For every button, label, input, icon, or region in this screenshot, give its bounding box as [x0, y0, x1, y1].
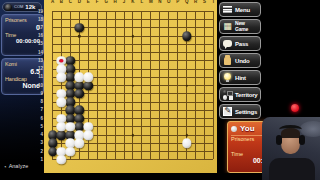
grid-line — [52, 69, 213, 70]
button-hint[interactable]: Hint — [219, 70, 261, 85]
coord-number: 1 — [35, 158, 43, 163]
webcam-headphones-left-cup — [276, 135, 282, 145]
analyze-overlay: ◔ Analyze — [3, 164, 28, 170]
webcam-overlay — [262, 117, 320, 180]
coord-number: 11 — [35, 75, 43, 80]
grid-line — [52, 159, 213, 160]
button-label: Settings — [235, 109, 257, 115]
territory-icon — [222, 89, 233, 100]
coord-number: 9 — [35, 92, 43, 97]
coord-letter: R — [194, 0, 197, 5]
undo-icon — [222, 55, 233, 66]
grid-line — [52, 11, 213, 12]
analyze-label: Analyze — [9, 164, 29, 170]
black-stone-D17 — [75, 23, 84, 32]
coord-letter: E — [87, 0, 90, 5]
coord-number: 6 — [35, 116, 43, 121]
webcam-headphones-band — [279, 125, 302, 134]
black-stone-icon — [5, 4, 12, 11]
coord-letter: F — [96, 0, 99, 5]
coord-number: 2 — [35, 149, 43, 154]
coord-letter: T — [212, 0, 215, 5]
analyze-gauge-icon: ◔ — [3, 164, 7, 170]
white-stone-B11 — [57, 73, 66, 82]
coord-letter: P — [176, 0, 179, 5]
white-stone-E4 — [84, 131, 93, 140]
button-label: Hint — [235, 75, 246, 81]
button-label: Undo — [235, 58, 250, 64]
new-game-icon: ▦ — [222, 21, 233, 32]
coord-number: 5 — [35, 125, 43, 130]
coord-letter: M — [149, 0, 153, 5]
coord-number: 18 — [35, 17, 43, 22]
hint-icon — [222, 72, 233, 83]
coord-number: 12 — [35, 67, 43, 72]
coord-number: 15 — [35, 42, 43, 47]
grid-line — [52, 60, 213, 61]
coord-number: 14 — [35, 50, 43, 55]
white-stone-B1 — [57, 155, 66, 164]
grid-line — [52, 102, 213, 103]
coord-letter: L — [141, 0, 144, 5]
white-stone-E11 — [84, 73, 93, 82]
button-new-game[interactable]: ▦NewGame — [219, 19, 261, 34]
button-label: Pass — [235, 41, 248, 47]
pass-icon — [222, 38, 233, 49]
black-player-rank: 12k — [25, 4, 35, 10]
coord-number: 13 — [35, 59, 43, 64]
black-stone-E10 — [84, 81, 93, 90]
white-stone-C5 — [66, 122, 75, 131]
white-stone-icon — [231, 126, 237, 132]
coord-number: 4 — [35, 133, 43, 138]
button-label: NewGame — [235, 21, 248, 32]
coord-number: 19 — [35, 9, 43, 14]
white-stone-B8 — [57, 98, 66, 107]
grid-line — [213, 11, 214, 159]
black-player-name: COM — [14, 5, 23, 9]
button-label: Territory — [235, 92, 257, 98]
black-stone-Q16 — [182, 32, 191, 41]
coord-number: 8 — [35, 100, 43, 105]
coord-number: 10 — [35, 83, 43, 88]
grid-line — [52, 44, 213, 45]
webcam-person-body — [269, 158, 315, 180]
coord-letter: B — [60, 0, 63, 5]
coord-letter: D — [78, 0, 81, 5]
coord-letter: K — [131, 0, 134, 5]
white-stone-D3 — [75, 139, 84, 148]
settings-icon — [222, 106, 233, 117]
white-player-name: You — [240, 124, 255, 133]
white-stone-C2 — [66, 147, 75, 156]
menu-icon — [222, 4, 233, 15]
button-territory[interactable]: Territory — [219, 87, 261, 102]
record-indicator-dot — [291, 104, 299, 112]
coord-letter: J — [123, 0, 126, 5]
grid-line — [52, 52, 213, 53]
button-settings[interactable]: Settings — [219, 104, 261, 119]
coord-number: 16 — [35, 34, 43, 39]
coord-letter: Q — [185, 0, 189, 5]
go-game-screen: COM 12k Prisoners 0 Time 00:00:00 Komi 6… — [0, 0, 320, 180]
coord-number: 17 — [35, 26, 43, 31]
coord-number: 7 — [35, 108, 43, 113]
grid-line — [52, 151, 213, 152]
coord-letter: C — [69, 0, 72, 5]
button-pass[interactable]: Pass — [219, 36, 261, 51]
coord-letter: S — [203, 0, 206, 5]
coord-letter: O — [167, 0, 171, 5]
button-menu[interactable]: Menu — [219, 2, 261, 17]
webcam-headphones-right-cup — [299, 135, 305, 145]
grid-line — [52, 19, 213, 20]
coord-letter: G — [104, 0, 108, 5]
coord-number: 3 — [35, 141, 43, 146]
button-undo[interactable]: Undo — [219, 53, 261, 68]
button-label: Menu — [235, 7, 250, 13]
coord-letter: N — [158, 0, 161, 5]
coord-letter: H — [113, 0, 116, 5]
coord-letter: A — [51, 0, 54, 5]
go-board[interactable]: ABCDEFGHJKLMNOPQRST191817161514131211109… — [44, 0, 217, 173]
black-stone-D9 — [75, 89, 84, 98]
white-stone-Q3 — [182, 139, 191, 148]
